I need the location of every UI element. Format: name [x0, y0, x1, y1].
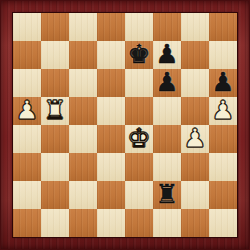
square-d1[interactable]	[97, 209, 125, 237]
square-a5[interactable]: ♟	[13, 97, 41, 125]
square-b6[interactable]	[41, 69, 69, 97]
square-g8[interactable]	[181, 13, 209, 41]
square-e6[interactable]	[125, 69, 153, 97]
square-a1[interactable]	[13, 209, 41, 237]
square-e2[interactable]	[125, 181, 153, 209]
black-king-piece[interactable]: ♚	[127, 40, 150, 68]
square-d5[interactable]	[97, 97, 125, 125]
white-pawn-piece[interactable]: ♟	[211, 96, 234, 124]
square-f5[interactable]	[153, 97, 181, 125]
square-f4[interactable]	[153, 125, 181, 153]
square-a4[interactable]	[13, 125, 41, 153]
square-b5[interactable]: ♜	[41, 97, 69, 125]
square-f7[interactable]: ♟	[153, 41, 181, 69]
square-f8[interactable]	[153, 13, 181, 41]
square-b1[interactable]	[41, 209, 69, 237]
square-h6[interactable]: ♟	[209, 69, 237, 97]
board-frame: ♚♟♟♟♟♜♟♚♟♜	[0, 0, 250, 250]
square-e3[interactable]	[125, 153, 153, 181]
chess-board: ♚♟♟♟♟♜♟♚♟♜	[13, 13, 237, 237]
square-d3[interactable]	[97, 153, 125, 181]
square-h3[interactable]	[209, 153, 237, 181]
square-b4[interactable]	[41, 125, 69, 153]
square-g1[interactable]	[181, 209, 209, 237]
square-c6[interactable]	[69, 69, 97, 97]
square-d7[interactable]	[97, 41, 125, 69]
square-b3[interactable]	[41, 153, 69, 181]
square-d6[interactable]	[97, 69, 125, 97]
black-pawn-piece[interactable]: ♟	[211, 68, 234, 96]
square-f1[interactable]	[153, 209, 181, 237]
square-g2[interactable]	[181, 181, 209, 209]
white-pawn-piece[interactable]: ♟	[15, 96, 38, 124]
square-c7[interactable]	[69, 41, 97, 69]
white-pawn-piece[interactable]: ♟	[183, 124, 206, 152]
square-b7[interactable]	[41, 41, 69, 69]
square-d8[interactable]	[97, 13, 125, 41]
square-c5[interactable]	[69, 97, 97, 125]
square-a2[interactable]	[13, 181, 41, 209]
square-g3[interactable]	[181, 153, 209, 181]
square-g5[interactable]	[181, 97, 209, 125]
square-h4[interactable]	[209, 125, 237, 153]
square-h8[interactable]	[209, 13, 237, 41]
square-d2[interactable]	[97, 181, 125, 209]
square-g6[interactable]	[181, 69, 209, 97]
square-a6[interactable]	[13, 69, 41, 97]
square-g7[interactable]	[181, 41, 209, 69]
square-f2[interactable]: ♜	[153, 181, 181, 209]
square-a3[interactable]	[13, 153, 41, 181]
square-a7[interactable]	[13, 41, 41, 69]
square-e8[interactable]	[125, 13, 153, 41]
white-king-piece[interactable]: ♚	[127, 124, 150, 152]
white-rook-piece[interactable]: ♜	[43, 96, 66, 124]
square-d4[interactable]	[97, 125, 125, 153]
square-c2[interactable]	[69, 181, 97, 209]
square-c3[interactable]	[69, 153, 97, 181]
black-rook-piece[interactable]: ♜	[155, 180, 178, 208]
square-c8[interactable]	[69, 13, 97, 41]
square-e1[interactable]	[125, 209, 153, 237]
square-f6[interactable]: ♟	[153, 69, 181, 97]
square-h7[interactable]	[209, 41, 237, 69]
square-e4[interactable]: ♚	[125, 125, 153, 153]
square-a8[interactable]	[13, 13, 41, 41]
square-c1[interactable]	[69, 209, 97, 237]
square-c4[interactable]	[69, 125, 97, 153]
square-e5[interactable]	[125, 97, 153, 125]
square-e7[interactable]: ♚	[125, 41, 153, 69]
square-b8[interactable]	[41, 13, 69, 41]
square-b2[interactable]	[41, 181, 69, 209]
square-g4[interactable]: ♟	[181, 125, 209, 153]
square-h5[interactable]: ♟	[209, 97, 237, 125]
square-h2[interactable]	[209, 181, 237, 209]
square-h1[interactable]	[209, 209, 237, 237]
black-pawn-piece[interactable]: ♟	[155, 68, 178, 96]
black-pawn-piece[interactable]: ♟	[155, 40, 178, 68]
square-f3[interactable]	[153, 153, 181, 181]
